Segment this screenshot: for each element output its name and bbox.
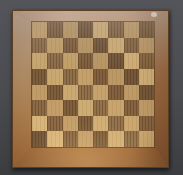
square-c2 [63,116,78,132]
square-e2 [93,116,108,132]
square-e7 [93,38,108,54]
square-a3 [32,100,47,116]
square-c5 [63,69,78,85]
square-g2 [124,116,139,132]
square-h4 [139,85,154,101]
square-f4 [108,85,123,101]
square-f5 [108,69,123,85]
square-d2 [78,116,93,132]
square-h1 [139,131,154,147]
photo-background [0,0,183,175]
square-h5 [139,69,154,85]
board-grid [31,21,155,148]
square-g6 [124,53,139,69]
square-b5 [47,69,62,85]
square-a8 [32,22,47,38]
square-a4 [32,85,47,101]
square-h8 [139,22,154,38]
chessboard [12,10,169,168]
square-e8 [93,22,108,38]
square-c8 [63,22,78,38]
square-g3 [124,100,139,116]
square-e1 [93,131,108,147]
square-b3 [47,100,62,116]
square-g5 [124,69,139,85]
square-f1 [108,131,123,147]
square-h2 [139,116,154,132]
square-c7 [63,38,78,54]
square-f3 [108,100,123,116]
square-b7 [47,38,62,54]
square-d8 [78,22,93,38]
square-d5 [78,69,93,85]
square-a6 [32,53,47,69]
square-a1 [32,131,47,147]
square-e5 [93,69,108,85]
square-e4 [93,85,108,101]
square-e6 [93,53,108,69]
frame-corner-mark [151,12,157,17]
square-f7 [108,38,123,54]
square-b2 [47,116,62,132]
square-c4 [63,85,78,101]
square-b6 [47,53,62,69]
square-a2 [32,116,47,132]
square-h7 [139,38,154,54]
square-d3 [78,100,93,116]
square-d1 [78,131,93,147]
square-c6 [63,53,78,69]
square-h3 [139,100,154,116]
square-e3 [93,100,108,116]
square-d6 [78,53,93,69]
square-d4 [78,85,93,101]
square-h6 [139,53,154,69]
square-g7 [124,38,139,54]
square-a7 [32,38,47,54]
square-b8 [47,22,62,38]
square-b4 [47,85,62,101]
square-f6 [108,53,123,69]
square-c3 [63,100,78,116]
square-b1 [47,131,62,147]
square-c1 [63,131,78,147]
square-d7 [78,38,93,54]
square-f2 [108,116,123,132]
square-f8 [108,22,123,38]
square-g4 [124,85,139,101]
square-g1 [124,131,139,147]
square-a5 [32,69,47,85]
square-g8 [124,22,139,38]
